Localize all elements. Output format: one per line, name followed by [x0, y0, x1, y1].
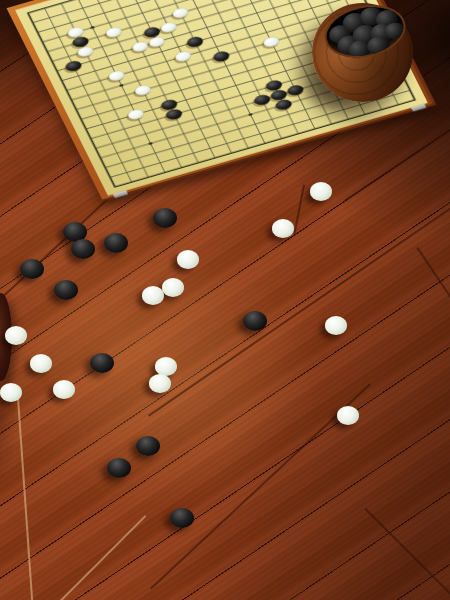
- floor-stone-white: [30, 354, 52, 373]
- floor-stone-white: [155, 357, 177, 376]
- floor-stone-black: [20, 259, 44, 279]
- floor-stone-white: [162, 278, 184, 297]
- floor-stone-white: [142, 286, 164, 305]
- floor-stone-black: [54, 280, 78, 300]
- floor-stone-white: [0, 383, 22, 402]
- stone-bowl: [312, 3, 413, 102]
- floor-stone-white: [337, 406, 359, 425]
- floor-stone-white: [149, 374, 171, 393]
- photo-scene: [0, 0, 450, 600]
- floor-stone-black: [243, 311, 267, 331]
- floor-stone-black: [90, 353, 114, 373]
- floor-stone-white: [272, 219, 294, 238]
- floor-stone-black: [107, 458, 131, 478]
- floor-stone-black: [136, 436, 160, 456]
- floor-stone-white: [310, 182, 332, 201]
- floor-stone-black: [153, 208, 177, 228]
- floor-stone-black: [71, 239, 95, 259]
- floor-stone-black: [170, 508, 194, 528]
- floor-stone-white: [325, 316, 347, 335]
- floor-stone-white: [5, 326, 27, 345]
- floor-stone-black: [104, 233, 128, 253]
- floor-stone-white: [53, 380, 75, 399]
- floor-stone-white: [177, 250, 199, 269]
